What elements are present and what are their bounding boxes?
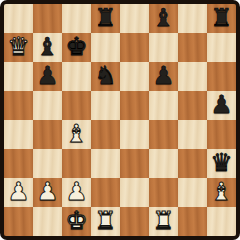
- square-h3[interactable]: ♛: [207, 149, 236, 178]
- square-e7[interactable]: [120, 33, 149, 62]
- square-a1[interactable]: [4, 207, 33, 236]
- square-g1[interactable]: [178, 207, 207, 236]
- black-pawn[interactable]: ♟: [207, 91, 236, 120]
- square-f5[interactable]: [149, 91, 178, 120]
- white-pawn[interactable]: ♟: [4, 178, 33, 207]
- square-c5[interactable]: [62, 91, 91, 120]
- chess-board: ♜♝♜♛♝♚♟♞♟♟♝♛♟♟♟♝♚♜♜: [4, 4, 236, 236]
- square-a7[interactable]: ♛: [4, 33, 33, 62]
- square-c6[interactable]: [62, 62, 91, 91]
- square-e3[interactable]: [120, 149, 149, 178]
- black-king[interactable]: ♚: [62, 33, 91, 62]
- square-g4[interactable]: [178, 120, 207, 149]
- square-g6[interactable]: [178, 62, 207, 91]
- square-g2[interactable]: [178, 178, 207, 207]
- square-f7[interactable]: [149, 33, 178, 62]
- square-g3[interactable]: [178, 149, 207, 178]
- square-d6[interactable]: ♞: [91, 62, 120, 91]
- square-b5[interactable]: [33, 91, 62, 120]
- square-c7[interactable]: ♚: [62, 33, 91, 62]
- square-f3[interactable]: [149, 149, 178, 178]
- white-pawn[interactable]: ♟: [62, 178, 91, 207]
- square-a8[interactable]: [4, 4, 33, 33]
- square-a3[interactable]: [4, 149, 33, 178]
- square-h2[interactable]: ♝: [207, 178, 236, 207]
- square-g7[interactable]: [178, 33, 207, 62]
- black-bishop[interactable]: ♝: [149, 4, 178, 33]
- square-c2[interactable]: ♟: [62, 178, 91, 207]
- square-d2[interactable]: [91, 178, 120, 207]
- square-e6[interactable]: [120, 62, 149, 91]
- square-e5[interactable]: [120, 91, 149, 120]
- white-king[interactable]: ♚: [62, 207, 91, 236]
- square-c4[interactable]: ♝: [62, 120, 91, 149]
- square-b3[interactable]: [33, 149, 62, 178]
- square-h7[interactable]: [207, 33, 236, 62]
- square-h5[interactable]: ♟: [207, 91, 236, 120]
- square-g5[interactable]: [178, 91, 207, 120]
- white-queen[interactable]: ♛: [4, 33, 33, 62]
- square-h6[interactable]: [207, 62, 236, 91]
- square-a4[interactable]: [4, 120, 33, 149]
- square-d3[interactable]: [91, 149, 120, 178]
- square-c3[interactable]: [62, 149, 91, 178]
- square-d4[interactable]: [91, 120, 120, 149]
- square-c1[interactable]: ♚: [62, 207, 91, 236]
- square-e8[interactable]: [120, 4, 149, 33]
- square-b4[interactable]: [33, 120, 62, 149]
- square-d8[interactable]: ♜: [91, 4, 120, 33]
- square-f6[interactable]: ♟: [149, 62, 178, 91]
- square-b6[interactable]: ♟: [33, 62, 62, 91]
- square-e1[interactable]: [120, 207, 149, 236]
- square-b1[interactable]: [33, 207, 62, 236]
- square-b7[interactable]: ♝: [33, 33, 62, 62]
- square-e4[interactable]: [120, 120, 149, 149]
- square-g8[interactable]: [178, 4, 207, 33]
- square-e2[interactable]: [120, 178, 149, 207]
- square-h4[interactable]: [207, 120, 236, 149]
- white-pawn[interactable]: ♟: [33, 178, 62, 207]
- square-b8[interactable]: [33, 4, 62, 33]
- square-h8[interactable]: ♜: [207, 4, 236, 33]
- black-knight[interactable]: ♞: [91, 62, 120, 91]
- black-pawn[interactable]: ♟: [33, 62, 62, 91]
- square-d5[interactable]: [91, 91, 120, 120]
- square-f2[interactable]: [149, 178, 178, 207]
- square-f4[interactable]: [149, 120, 178, 149]
- black-rook[interactable]: ♜: [91, 4, 120, 33]
- square-c8[interactable]: [62, 4, 91, 33]
- white-bishop[interactable]: ♝: [62, 120, 91, 149]
- white-bishop[interactable]: ♝: [207, 178, 236, 207]
- square-a5[interactable]: [4, 91, 33, 120]
- white-rook[interactable]: ♜: [149, 207, 178, 236]
- square-f1[interactable]: ♜: [149, 207, 178, 236]
- black-pawn[interactable]: ♟: [149, 62, 178, 91]
- square-b2[interactable]: ♟: [33, 178, 62, 207]
- square-d7[interactable]: [91, 33, 120, 62]
- square-a6[interactable]: [4, 62, 33, 91]
- black-bishop[interactable]: ♝: [33, 33, 62, 62]
- white-rook[interactable]: ♜: [91, 207, 120, 236]
- black-rook[interactable]: ♜: [207, 4, 236, 33]
- square-d1[interactable]: ♜: [91, 207, 120, 236]
- square-h1[interactable]: [207, 207, 236, 236]
- square-f8[interactable]: ♝: [149, 4, 178, 33]
- chess-board-frame: ♜♝♜♛♝♚♟♞♟♟♝♛♟♟♟♝♚♜♜: [0, 0, 240, 240]
- black-queen[interactable]: ♛: [207, 149, 236, 178]
- square-a2[interactable]: ♟: [4, 178, 33, 207]
